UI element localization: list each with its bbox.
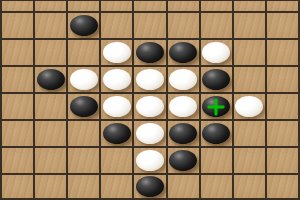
board-cell[interactable]	[101, 175, 132, 198]
board-cell[interactable]	[168, 148, 199, 173]
board-cell[interactable]	[2, 1, 33, 11]
white-stone	[103, 69, 131, 90]
board-cell[interactable]	[35, 94, 66, 119]
white-stone	[136, 69, 164, 90]
board-cell[interactable]	[134, 121, 165, 146]
black-stone	[202, 123, 230, 144]
board-cell[interactable]	[168, 13, 199, 38]
white-stone	[136, 123, 164, 144]
board-cell[interactable]	[168, 67, 199, 92]
board-cell[interactable]	[35, 1, 66, 11]
board-cell[interactable]	[134, 67, 165, 92]
board-cell[interactable]	[2, 67, 33, 92]
board-cell[interactable]	[101, 40, 132, 65]
board-cell[interactable]	[201, 175, 232, 198]
board-cell[interactable]	[2, 175, 33, 198]
board-cell[interactable]	[201, 94, 232, 119]
black-stone	[169, 123, 197, 144]
board-cell[interactable]	[267, 1, 298, 11]
board-cell[interactable]	[267, 175, 298, 198]
white-stone	[103, 96, 131, 117]
board-cell[interactable]	[101, 13, 132, 38]
board-cell[interactable]	[267, 13, 298, 38]
board-cell[interactable]	[168, 175, 199, 198]
board-cell[interactable]	[267, 148, 298, 173]
board-cell[interactable]	[101, 94, 132, 119]
board-cell[interactable]	[234, 1, 265, 11]
board-cell[interactable]	[101, 1, 132, 11]
board-cell[interactable]	[168, 1, 199, 11]
board-cell[interactable]	[168, 121, 199, 146]
board-cell[interactable]	[201, 148, 232, 173]
black-stone	[70, 96, 98, 117]
board-cell[interactable]	[35, 13, 66, 38]
white-stone	[136, 150, 164, 171]
board-cell[interactable]	[267, 67, 298, 92]
board-cell[interactable]	[101, 67, 132, 92]
board-cell[interactable]	[35, 67, 66, 92]
board-cell[interactable]	[234, 13, 265, 38]
white-stone	[169, 69, 197, 90]
white-stone	[136, 96, 164, 117]
board-cell[interactable]	[35, 148, 66, 173]
board-cell[interactable]	[68, 175, 99, 198]
board-cell[interactable]	[201, 121, 232, 146]
board-cell[interactable]	[68, 1, 99, 11]
board-cell[interactable]	[134, 40, 165, 65]
board-cell[interactable]	[134, 13, 165, 38]
board-cell[interactable]	[68, 94, 99, 119]
black-stone	[103, 123, 131, 144]
black-stone	[37, 69, 65, 90]
board-cell[interactable]	[267, 121, 298, 146]
white-stone	[103, 42, 131, 63]
board-cell[interactable]	[234, 121, 265, 146]
white-stone	[202, 42, 230, 63]
board-cell[interactable]	[267, 94, 298, 119]
black-stone	[169, 42, 197, 63]
board-cell[interactable]	[201, 67, 232, 92]
board-cell[interactable]	[101, 148, 132, 173]
board-cell[interactable]	[201, 40, 232, 65]
white-stone	[70, 69, 98, 90]
board-cell[interactable]	[267, 40, 298, 65]
board-cell[interactable]	[35, 175, 66, 198]
board-cell[interactable]	[101, 121, 132, 146]
board-cell[interactable]	[134, 148, 165, 173]
board-cell[interactable]	[168, 40, 199, 65]
board-cell[interactable]	[2, 148, 33, 173]
black-stone	[202, 96, 230, 117]
last-move-marker	[208, 98, 225, 115]
board-cell[interactable]	[35, 121, 66, 146]
board-cell[interactable]	[234, 67, 265, 92]
board-cell[interactable]	[2, 121, 33, 146]
black-stone	[70, 15, 98, 36]
board-cell[interactable]	[201, 1, 232, 11]
board-cell[interactable]	[68, 67, 99, 92]
board-cell[interactable]	[35, 40, 66, 65]
board-cell[interactable]	[134, 1, 165, 11]
black-stone	[202, 69, 230, 90]
white-stone	[235, 96, 263, 117]
board-cell[interactable]	[68, 40, 99, 65]
board-cell[interactable]	[234, 175, 265, 198]
board-cell[interactable]	[2, 13, 33, 38]
board-cell[interactable]	[134, 94, 165, 119]
board-cell[interactable]	[234, 94, 265, 119]
board-cell[interactable]	[2, 40, 33, 65]
board-cell[interactable]	[201, 13, 232, 38]
black-stone	[136, 176, 164, 197]
board-cell[interactable]	[2, 94, 33, 119]
board-cell[interactable]	[234, 148, 265, 173]
board-cell[interactable]	[234, 40, 265, 65]
board-cell[interactable]	[68, 148, 99, 173]
board-cell[interactable]	[134, 175, 165, 198]
black-stone	[169, 150, 197, 171]
white-stone	[169, 96, 197, 117]
board-cell[interactable]	[68, 121, 99, 146]
black-stone	[136, 42, 164, 63]
board-cell[interactable]	[68, 13, 99, 38]
board-cell[interactable]	[168, 94, 199, 119]
gomoku-board	[0, 0, 300, 200]
